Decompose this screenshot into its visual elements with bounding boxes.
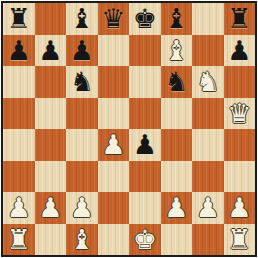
square-d3[interactable] [98, 161, 130, 193]
chess-board: ♜♝♛♚♝♜♟♟♟♝♟♞♞♞♛♟♟♟♟♟♟♟♟♜♝♚♜ [3, 3, 255, 255]
chess-app-screenshot: ♜♝♛♚♝♜♟♟♟♝♟♞♞♞♛♟♟♟♟♟♟♟♟♜♝♚♜ [0, 0, 258, 258]
square-d1[interactable] [98, 224, 130, 256]
square-d8[interactable]: ♛ [98, 3, 130, 35]
square-d5[interactable] [98, 98, 130, 130]
square-c8[interactable]: ♝ [66, 3, 98, 35]
piece-black-king[interactable]: ♚ [133, 3, 157, 35]
square-f6[interactable]: ♞ [161, 66, 193, 98]
piece-white-pawn[interactable]: ♟ [38, 192, 62, 224]
square-a8[interactable]: ♜ [3, 3, 35, 35]
piece-white-pawn[interactable]: ♟ [101, 129, 125, 161]
square-c1[interactable]: ♝ [66, 224, 98, 256]
square-b2[interactable]: ♟ [35, 192, 67, 224]
piece-white-pawn[interactable]: ♟ [196, 192, 220, 224]
square-h4[interactable] [224, 129, 256, 161]
square-a6[interactable] [3, 66, 35, 98]
piece-white-king[interactable]: ♚ [133, 224, 157, 256]
square-e2[interactable] [129, 192, 161, 224]
square-h6[interactable] [224, 66, 256, 98]
piece-black-pawn[interactable]: ♟ [38, 35, 62, 67]
piece-black-pawn[interactable]: ♟ [133, 129, 157, 161]
piece-black-knight[interactable]: ♞ [70, 66, 94, 98]
square-e8[interactable]: ♚ [129, 3, 161, 35]
square-f2[interactable]: ♟ [161, 192, 193, 224]
square-d7[interactable] [98, 35, 130, 67]
square-f4[interactable] [161, 129, 193, 161]
square-c2[interactable]: ♟ [66, 192, 98, 224]
piece-white-pawn[interactable]: ♟ [164, 192, 188, 224]
piece-white-pawn[interactable]: ♟ [7, 192, 31, 224]
square-g2[interactable]: ♟ [192, 192, 224, 224]
square-f8[interactable]: ♝ [161, 3, 193, 35]
square-e6[interactable] [129, 66, 161, 98]
piece-black-bishop[interactable]: ♝ [70, 3, 94, 35]
square-a5[interactable] [3, 98, 35, 130]
piece-white-pawn[interactable]: ♟ [227, 192, 251, 224]
square-f3[interactable] [161, 161, 193, 193]
square-c4[interactable] [66, 129, 98, 161]
piece-white-bishop[interactable]: ♝ [70, 224, 94, 256]
square-c5[interactable] [66, 98, 98, 130]
square-b6[interactable] [35, 66, 67, 98]
square-a1[interactable]: ♜ [3, 224, 35, 256]
piece-black-rook[interactable]: ♜ [227, 3, 251, 35]
square-a4[interactable] [3, 129, 35, 161]
square-d4[interactable]: ♟ [98, 129, 130, 161]
square-f1[interactable] [161, 224, 193, 256]
square-e5[interactable] [129, 98, 161, 130]
square-a2[interactable]: ♟ [3, 192, 35, 224]
piece-black-queen[interactable]: ♛ [101, 3, 125, 35]
square-e7[interactable] [129, 35, 161, 67]
square-h8[interactable]: ♜ [224, 3, 256, 35]
square-c6[interactable]: ♞ [66, 66, 98, 98]
square-g5[interactable] [192, 98, 224, 130]
piece-white-rook[interactable]: ♜ [227, 224, 251, 256]
square-b7[interactable]: ♟ [35, 35, 67, 67]
square-b4[interactable] [35, 129, 67, 161]
square-h1[interactable]: ♜ [224, 224, 256, 256]
piece-white-knight[interactable]: ♞ [196, 66, 220, 98]
square-h3[interactable] [224, 161, 256, 193]
square-c3[interactable] [66, 161, 98, 193]
square-b3[interactable] [35, 161, 67, 193]
piece-black-rook[interactable]: ♜ [7, 3, 31, 35]
piece-white-queen[interactable]: ♛ [227, 98, 251, 130]
square-b8[interactable] [35, 3, 67, 35]
square-g1[interactable] [192, 224, 224, 256]
square-d6[interactable] [98, 66, 130, 98]
square-g6[interactable]: ♞ [192, 66, 224, 98]
square-a7[interactable]: ♟ [3, 35, 35, 67]
square-f7[interactable]: ♝ [161, 35, 193, 67]
piece-black-pawn[interactable]: ♟ [227, 35, 251, 67]
piece-black-pawn[interactable]: ♟ [70, 35, 94, 67]
square-f5[interactable] [161, 98, 193, 130]
square-g4[interactable] [192, 129, 224, 161]
square-h7[interactable]: ♟ [224, 35, 256, 67]
square-c7[interactable]: ♟ [66, 35, 98, 67]
square-d2[interactable] [98, 192, 130, 224]
square-g3[interactable] [192, 161, 224, 193]
square-h2[interactable]: ♟ [224, 192, 256, 224]
square-b5[interactable] [35, 98, 67, 130]
square-b1[interactable] [35, 224, 67, 256]
piece-black-knight[interactable]: ♞ [164, 66, 188, 98]
square-e4[interactable]: ♟ [129, 129, 161, 161]
square-g8[interactable] [192, 3, 224, 35]
square-h5[interactable]: ♛ [224, 98, 256, 130]
piece-white-rook[interactable]: ♜ [7, 224, 31, 256]
square-e3[interactable] [129, 161, 161, 193]
piece-black-pawn[interactable]: ♟ [7, 35, 31, 67]
square-a3[interactable] [3, 161, 35, 193]
square-e1[interactable]: ♚ [129, 224, 161, 256]
square-g7[interactable] [192, 35, 224, 67]
piece-white-bishop[interactable]: ♝ [164, 35, 188, 67]
piece-white-pawn[interactable]: ♟ [70, 192, 94, 224]
board-frame: ♜♝♛♚♝♜♟♟♟♝♟♞♞♞♛♟♟♟♟♟♟♟♟♜♝♚♜ [1, 1, 257, 257]
piece-black-bishop[interactable]: ♝ [164, 3, 188, 35]
